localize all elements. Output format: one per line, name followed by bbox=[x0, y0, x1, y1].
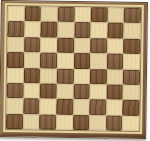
square-d8[interactable] bbox=[58, 7, 75, 23]
square-g2[interactable] bbox=[106, 100, 123, 116]
board-inlay-border bbox=[3, 3, 144, 134]
square-e5[interactable] bbox=[74, 53, 91, 69]
square-e1[interactable] bbox=[73, 115, 90, 131]
square-b5[interactable] bbox=[24, 52, 41, 68]
square-e6[interactable] bbox=[74, 38, 91, 54]
square-c5[interactable] bbox=[40, 53, 57, 69]
square-d5[interactable] bbox=[57, 53, 74, 69]
square-d4[interactable] bbox=[57, 68, 74, 84]
square-d3[interactable] bbox=[56, 84, 73, 100]
square-a7[interactable] bbox=[7, 21, 24, 37]
square-h7[interactable] bbox=[124, 23, 141, 39]
square-c8[interactable] bbox=[41, 7, 58, 23]
square-h2[interactable] bbox=[123, 100, 140, 116]
square-b3[interactable] bbox=[23, 83, 40, 99]
square-g5[interactable] bbox=[107, 54, 124, 70]
square-g7[interactable] bbox=[107, 23, 124, 39]
square-h5[interactable] bbox=[123, 54, 140, 70]
square-g4[interactable] bbox=[107, 69, 124, 85]
square-a8[interactable] bbox=[8, 6, 25, 22]
square-h1[interactable] bbox=[123, 115, 140, 131]
square-a4[interactable] bbox=[7, 68, 24, 84]
board-grid bbox=[5, 5, 142, 132]
square-f8[interactable] bbox=[91, 7, 108, 23]
square-c3[interactable] bbox=[40, 83, 57, 99]
chess-board bbox=[0, 0, 148, 139]
square-g8[interactable] bbox=[107, 7, 124, 23]
square-f7[interactable] bbox=[91, 23, 108, 39]
square-e3[interactable] bbox=[73, 84, 90, 100]
square-a2[interactable] bbox=[6, 98, 23, 114]
square-a1[interactable] bbox=[6, 114, 23, 130]
square-h3[interactable] bbox=[123, 85, 140, 101]
square-e4[interactable] bbox=[73, 69, 90, 85]
square-a5[interactable] bbox=[7, 52, 24, 68]
square-b2[interactable] bbox=[23, 99, 40, 115]
square-f2[interactable] bbox=[89, 99, 106, 115]
square-c6[interactable] bbox=[40, 37, 57, 53]
square-h6[interactable] bbox=[124, 38, 141, 54]
square-d6[interactable] bbox=[57, 38, 74, 54]
square-g3[interactable] bbox=[106, 84, 123, 100]
square-c7[interactable] bbox=[41, 22, 58, 38]
square-b1[interactable] bbox=[23, 114, 40, 130]
square-b6[interactable] bbox=[24, 37, 41, 53]
square-b8[interactable] bbox=[24, 6, 41, 22]
square-f5[interactable] bbox=[90, 53, 107, 69]
square-g6[interactable] bbox=[107, 38, 124, 54]
square-d2[interactable] bbox=[56, 99, 73, 115]
square-c2[interactable] bbox=[40, 99, 57, 115]
square-b4[interactable] bbox=[23, 68, 40, 84]
square-f3[interactable] bbox=[90, 84, 107, 100]
square-e8[interactable] bbox=[74, 7, 91, 23]
square-c4[interactable] bbox=[40, 68, 57, 84]
square-f6[interactable] bbox=[90, 38, 107, 54]
square-d7[interactable] bbox=[57, 22, 74, 38]
square-e2[interactable] bbox=[73, 99, 90, 115]
square-h4[interactable] bbox=[123, 69, 140, 85]
square-a3[interactable] bbox=[7, 83, 24, 99]
square-b7[interactable] bbox=[24, 22, 41, 38]
square-a6[interactable] bbox=[7, 37, 24, 53]
square-f1[interactable] bbox=[89, 115, 106, 131]
photo-background bbox=[0, 0, 150, 141]
square-g1[interactable] bbox=[106, 115, 123, 131]
square-c1[interactable] bbox=[39, 114, 56, 130]
square-d1[interactable] bbox=[56, 114, 73, 130]
square-f4[interactable] bbox=[90, 69, 107, 85]
square-e7[interactable] bbox=[74, 22, 91, 38]
square-h8[interactable] bbox=[124, 8, 141, 24]
